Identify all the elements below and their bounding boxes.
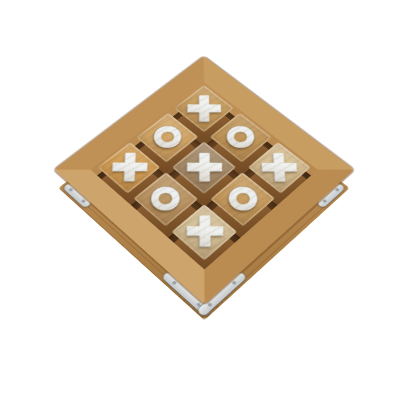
o-piece — [146, 182, 186, 216]
photo-scene: ✖✖✖✖✖ — [0, 0, 400, 400]
o-piece — [222, 182, 262, 216]
o-piece — [221, 122, 260, 153]
o-piece — [148, 122, 187, 153]
tictactoe-board: ✖✖✖✖✖ — [58, 76, 349, 320]
